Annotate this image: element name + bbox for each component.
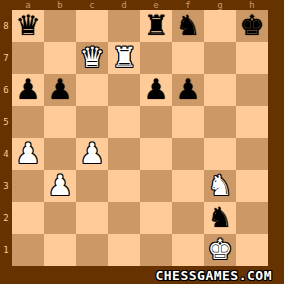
square-g8[interactable] xyxy=(204,10,236,42)
square-a3[interactable] xyxy=(12,170,44,202)
square-h3[interactable] xyxy=(236,170,268,202)
rank-label-2: 2 xyxy=(0,202,12,234)
square-d8[interactable] xyxy=(108,10,140,42)
square-b1[interactable] xyxy=(44,234,76,266)
black-king-h8: ♚ xyxy=(236,10,268,42)
square-f6[interactable]: ♟ xyxy=(172,74,204,106)
square-d2[interactable] xyxy=(108,202,140,234)
square-c3[interactable] xyxy=(76,170,108,202)
black-queen-a8: ♛ xyxy=(12,10,44,42)
square-h7[interactable] xyxy=(236,42,268,74)
square-e4[interactable] xyxy=(140,138,172,170)
square-a7[interactable] xyxy=(12,42,44,74)
square-b5[interactable] xyxy=(44,106,76,138)
white-knight-g3: ♞ xyxy=(204,170,236,202)
square-f7[interactable] xyxy=(172,42,204,74)
black-knight-f8: ♞ xyxy=(172,10,204,42)
black-pawn-f6: ♟ xyxy=(172,74,204,106)
square-h6[interactable] xyxy=(236,74,268,106)
black-knight-g2: ♞ xyxy=(204,202,236,234)
square-g2[interactable]: ♞ xyxy=(204,202,236,234)
square-b8[interactable] xyxy=(44,10,76,42)
square-e3[interactable] xyxy=(140,170,172,202)
square-a6[interactable]: ♟ xyxy=(12,74,44,106)
chess-board: ♛♜♞♚♛♜♟♟♟♟♟♟♟♞♞♚ xyxy=(12,10,268,266)
square-e6[interactable]: ♟ xyxy=(140,74,172,106)
square-g4[interactable] xyxy=(204,138,236,170)
square-c4[interactable]: ♟ xyxy=(76,138,108,170)
rank-label-8: 8 xyxy=(0,10,12,42)
square-g3[interactable]: ♞ xyxy=(204,170,236,202)
square-f4[interactable] xyxy=(172,138,204,170)
square-c6[interactable] xyxy=(76,74,108,106)
square-e5[interactable] xyxy=(140,106,172,138)
square-c5[interactable] xyxy=(76,106,108,138)
square-c7[interactable]: ♛ xyxy=(76,42,108,74)
rank-label-1: 1 xyxy=(0,234,12,266)
file-label-b: b xyxy=(44,0,76,10)
white-queen-c7: ♛ xyxy=(76,42,108,74)
square-b2[interactable] xyxy=(44,202,76,234)
square-g5[interactable] xyxy=(204,106,236,138)
white-pawn-b3: ♟ xyxy=(44,170,76,202)
square-g1[interactable]: ♚ xyxy=(204,234,236,266)
square-a4[interactable]: ♟ xyxy=(12,138,44,170)
file-label-d: d xyxy=(108,0,140,10)
square-h8[interactable]: ♚ xyxy=(236,10,268,42)
white-rook-d7: ♜ xyxy=(108,42,140,74)
square-c2[interactable] xyxy=(76,202,108,234)
rank-label-7: 7 xyxy=(0,42,12,74)
square-d1[interactable] xyxy=(108,234,140,266)
white-king-g1: ♚ xyxy=(204,234,236,266)
square-c8[interactable] xyxy=(76,10,108,42)
watermark: CHESSGAMES.COM xyxy=(155,270,272,282)
square-f2[interactable] xyxy=(172,202,204,234)
square-g6[interactable] xyxy=(204,74,236,106)
rank-label-4: 4 xyxy=(0,138,12,170)
file-labels: abcdefgh xyxy=(12,0,268,10)
rank-label-5: 5 xyxy=(0,106,12,138)
black-pawn-a6: ♟ xyxy=(12,74,44,106)
square-c1[interactable] xyxy=(76,234,108,266)
file-label-g: g xyxy=(204,0,236,10)
square-b6[interactable]: ♟ xyxy=(44,74,76,106)
square-a1[interactable] xyxy=(12,234,44,266)
square-f1[interactable] xyxy=(172,234,204,266)
square-b7[interactable] xyxy=(44,42,76,74)
square-d6[interactable] xyxy=(108,74,140,106)
rank-label-3: 3 xyxy=(0,170,12,202)
square-d7[interactable]: ♜ xyxy=(108,42,140,74)
square-h4[interactable] xyxy=(236,138,268,170)
square-f3[interactable] xyxy=(172,170,204,202)
square-g7[interactable] xyxy=(204,42,236,74)
square-d5[interactable] xyxy=(108,106,140,138)
square-e2[interactable] xyxy=(140,202,172,234)
black-pawn-b6: ♟ xyxy=(44,74,76,106)
square-b3[interactable]: ♟ xyxy=(44,170,76,202)
square-h5[interactable] xyxy=(236,106,268,138)
square-h1[interactable] xyxy=(236,234,268,266)
square-b4[interactable] xyxy=(44,138,76,170)
square-e7[interactable] xyxy=(140,42,172,74)
square-a2[interactable] xyxy=(12,202,44,234)
rank-labels: 87654321 xyxy=(0,10,12,266)
white-pawn-c4: ♟ xyxy=(76,138,108,170)
square-a8[interactable]: ♛ xyxy=(12,10,44,42)
square-h2[interactable] xyxy=(236,202,268,234)
file-label-c: c xyxy=(76,0,108,10)
square-f8[interactable]: ♞ xyxy=(172,10,204,42)
white-pawn-a4: ♟ xyxy=(12,138,44,170)
chess-diagram: abcdefgh 87654321 ♛♜♞♚♛♜♟♟♟♟♟♟♟♞♞♚ CHESS… xyxy=(0,0,284,284)
square-d3[interactable] xyxy=(108,170,140,202)
black-pawn-e6: ♟ xyxy=(140,74,172,106)
square-f5[interactable] xyxy=(172,106,204,138)
square-e1[interactable] xyxy=(140,234,172,266)
square-d4[interactable] xyxy=(108,138,140,170)
rank-label-6: 6 xyxy=(0,74,12,106)
black-rook-e8: ♜ xyxy=(140,10,172,42)
square-e8[interactable]: ♜ xyxy=(140,10,172,42)
square-a5[interactable] xyxy=(12,106,44,138)
